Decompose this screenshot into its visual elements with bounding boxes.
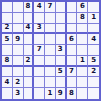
- cell-r9c5-given[interactable]: 1: [45, 88, 56, 99]
- cell-r1c3-given[interactable]: 8: [24, 2, 35, 13]
- cell-r5c7-empty[interactable]: [67, 45, 78, 56]
- cell-r7c6-given[interactable]: 5: [56, 67, 67, 78]
- cell-r3c7-empty[interactable]: [67, 24, 78, 35]
- cell-r8c2-given[interactable]: 2: [13, 77, 24, 88]
- cell-r2c2-empty[interactable]: [13, 13, 24, 24]
- cell-r8c4-empty[interactable]: [34, 77, 45, 88]
- cell-r6c7-empty[interactable]: [67, 56, 78, 67]
- cell-r6c4-empty[interactable]: [34, 56, 45, 67]
- cell-r2c7-empty[interactable]: [67, 13, 78, 24]
- cell-r4c5-empty[interactable]: [45, 34, 56, 45]
- cell-r8c5-empty[interactable]: [45, 77, 56, 88]
- cell-r6c3-given[interactable]: 2: [24, 56, 35, 67]
- cell-r8c3-empty[interactable]: [24, 77, 35, 88]
- cell-r2c4-empty[interactable]: [34, 13, 45, 24]
- cell-r1c2-empty[interactable]: [13, 2, 24, 13]
- cell-r2c5-empty[interactable]: [45, 13, 56, 24]
- cell-r5c3-empty[interactable]: [24, 45, 35, 56]
- cell-r6c1-given[interactable]: 8: [2, 56, 13, 67]
- cell-r4c7-given[interactable]: 6: [67, 34, 78, 45]
- cell-r7c9-given[interactable]: 2: [88, 67, 99, 78]
- cell-r1c4-given[interactable]: 4: [34, 2, 45, 13]
- cell-r8c8-empty[interactable]: [77, 77, 88, 88]
- cell-r8c6-empty[interactable]: [56, 77, 67, 88]
- cell-r7c7-given[interactable]: 7: [67, 67, 78, 78]
- cell-r1c9-empty[interactable]: [88, 2, 99, 13]
- cell-r9c7-given[interactable]: 8: [67, 88, 78, 99]
- cell-r4c1-given[interactable]: 5: [2, 34, 13, 45]
- cell-r3c4-given[interactable]: 3: [34, 24, 45, 35]
- cell-r5c4-given[interactable]: 7: [34, 45, 45, 56]
- sudoku-board: 8476812435964738215572423198: [0, 0, 101, 101]
- cell-r4c6-empty[interactable]: [56, 34, 67, 45]
- cell-r1c5-given[interactable]: 7: [45, 2, 56, 13]
- cell-r7c4-empty[interactable]: [34, 67, 45, 78]
- cell-r8c1-given[interactable]: 4: [2, 77, 13, 88]
- cell-r6c9-given[interactable]: 5: [88, 56, 99, 67]
- cell-r3c9-empty[interactable]: [88, 24, 99, 35]
- cell-r4c3-empty[interactable]: [24, 34, 35, 45]
- cell-r7c3-empty[interactable]: [24, 67, 35, 78]
- cell-r2c6-empty[interactable]: [56, 13, 67, 24]
- cell-r7c5-empty[interactable]: [45, 67, 56, 78]
- cell-r4c2-given[interactable]: 9: [13, 34, 24, 45]
- cell-r1c6-empty[interactable]: [56, 2, 67, 13]
- cell-r2c3-empty[interactable]: [24, 13, 35, 24]
- cell-r4c9-given[interactable]: 4: [88, 34, 99, 45]
- cell-r5c2-empty[interactable]: [13, 45, 24, 56]
- cell-r3c1-given[interactable]: 2: [2, 24, 13, 35]
- cell-r3c8-empty[interactable]: [77, 24, 88, 35]
- cell-r4c4-empty[interactable]: [34, 34, 45, 45]
- cell-r7c8-empty[interactable]: [77, 67, 88, 78]
- cell-r9c6-given[interactable]: 9: [56, 88, 67, 99]
- cell-r5c9-empty[interactable]: [88, 45, 99, 56]
- cell-r5c5-empty[interactable]: [45, 45, 56, 56]
- cell-r2c9-given[interactable]: 1: [88, 13, 99, 24]
- cell-r3c5-empty[interactable]: [45, 24, 56, 35]
- cell-r1c7-empty[interactable]: [67, 2, 78, 13]
- cell-r9c9-empty[interactable]: [88, 88, 99, 99]
- cell-r1c8-given[interactable]: 6: [77, 2, 88, 13]
- cell-r9c2-given[interactable]: 3: [13, 88, 24, 99]
- cell-r6c5-empty[interactable]: [45, 56, 56, 67]
- cell-r8c7-empty[interactable]: [67, 77, 78, 88]
- cell-r9c4-empty[interactable]: [34, 88, 45, 99]
- cell-r5c6-given[interactable]: 3: [56, 45, 67, 56]
- cell-r5c8-empty[interactable]: [77, 45, 88, 56]
- cell-r8c9-empty[interactable]: [88, 77, 99, 88]
- cell-r3c2-empty[interactable]: [13, 24, 24, 35]
- cell-r7c1-empty[interactable]: [2, 67, 13, 78]
- cell-r9c1-empty[interactable]: [2, 88, 13, 99]
- cell-r2c1-empty[interactable]: [2, 13, 13, 24]
- cell-r9c3-empty[interactable]: [24, 88, 35, 99]
- cell-r1c1-empty[interactable]: [2, 2, 13, 13]
- cell-r7c2-empty[interactable]: [13, 67, 24, 78]
- cell-r3c6-empty[interactable]: [56, 24, 67, 35]
- cell-r4c8-empty[interactable]: [77, 34, 88, 45]
- cell-r9c8-empty[interactable]: [77, 88, 88, 99]
- cell-r6c2-empty[interactable]: [13, 56, 24, 67]
- cell-r5c1-empty[interactable]: [2, 45, 13, 56]
- cell-r2c8-given[interactable]: 8: [77, 13, 88, 24]
- cell-r6c8-given[interactable]: 1: [77, 56, 88, 67]
- cell-r3c3-given[interactable]: 4: [24, 24, 35, 35]
- cell-r6c6-empty[interactable]: [56, 56, 67, 67]
